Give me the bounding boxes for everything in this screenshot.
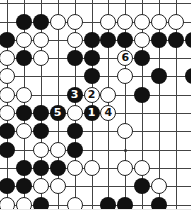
white-stone xyxy=(117,160,133,176)
black-stone xyxy=(33,105,49,121)
white-stone xyxy=(117,68,133,84)
white-stone xyxy=(100,14,116,30)
black-stone xyxy=(151,32,167,48)
black-stone xyxy=(84,32,100,48)
white-stone xyxy=(50,178,66,194)
black-stone xyxy=(33,14,49,30)
black-stone xyxy=(134,178,150,194)
move-6-white-stone: 6 xyxy=(117,50,133,66)
move-1-black-stone: 1 xyxy=(84,105,100,121)
black-stone xyxy=(0,178,15,194)
black-stone xyxy=(100,32,116,48)
black-stone xyxy=(134,87,150,103)
white-stone xyxy=(67,14,83,30)
white-stone xyxy=(67,197,83,210)
white-stone xyxy=(16,87,32,103)
black-stone xyxy=(50,160,66,176)
white-stone xyxy=(0,105,15,121)
white-stone xyxy=(16,32,32,48)
black-stone xyxy=(0,123,15,139)
black-stone xyxy=(151,68,167,84)
move-5-black-stone: 5 xyxy=(50,105,66,121)
black-stone xyxy=(168,32,184,48)
black-stone xyxy=(67,123,83,139)
black-stone xyxy=(185,68,191,84)
white-stone xyxy=(151,178,167,194)
move-3-black-stone: 3 xyxy=(67,87,83,103)
white-stone xyxy=(134,160,150,176)
black-stone xyxy=(0,32,15,48)
black-stone xyxy=(185,32,191,48)
black-stone xyxy=(16,50,32,66)
white-stone xyxy=(0,87,15,103)
white-stone xyxy=(16,197,32,210)
white-stone xyxy=(33,142,49,158)
star-point xyxy=(124,149,127,152)
black-stone xyxy=(100,197,116,210)
white-stone xyxy=(84,160,100,176)
black-stone xyxy=(151,197,167,210)
black-stone xyxy=(84,50,100,66)
black-stone xyxy=(33,197,49,210)
black-stone xyxy=(117,32,133,48)
grid-hline-8 xyxy=(0,150,191,151)
move-4-white-stone: 4 xyxy=(100,105,116,121)
black-stone xyxy=(117,197,133,210)
white-stone xyxy=(33,178,49,194)
white-stone xyxy=(151,14,167,30)
white-stone xyxy=(134,14,150,30)
white-stone xyxy=(168,14,184,30)
black-stone xyxy=(16,178,32,194)
white-stone xyxy=(33,32,49,48)
black-stone xyxy=(67,50,83,66)
white-stone xyxy=(67,32,83,48)
white-stone xyxy=(0,68,15,84)
white-stone xyxy=(16,123,32,139)
black-stone xyxy=(16,160,32,176)
white-stone xyxy=(0,50,15,66)
black-stone xyxy=(33,123,49,139)
white-stone xyxy=(117,123,133,139)
black-stone xyxy=(16,14,32,30)
move-2-white-stone: 2 xyxy=(84,87,100,103)
white-stone xyxy=(100,87,116,103)
black-stone xyxy=(134,50,150,66)
white-stone xyxy=(67,105,83,121)
white-stone xyxy=(33,50,49,66)
white-stone xyxy=(50,142,66,158)
white-stone xyxy=(117,14,133,30)
white-stone xyxy=(67,160,83,176)
black-stone xyxy=(33,160,49,176)
black-stone xyxy=(0,142,15,158)
white-stone xyxy=(50,14,66,30)
go-board-diagram: 632514 xyxy=(0,0,191,209)
black-stone xyxy=(16,105,32,121)
grid-hline-0 xyxy=(0,3,191,4)
white-stone xyxy=(134,32,150,48)
black-stone xyxy=(84,68,100,84)
black-stone xyxy=(67,142,83,158)
white-stone xyxy=(0,197,15,210)
